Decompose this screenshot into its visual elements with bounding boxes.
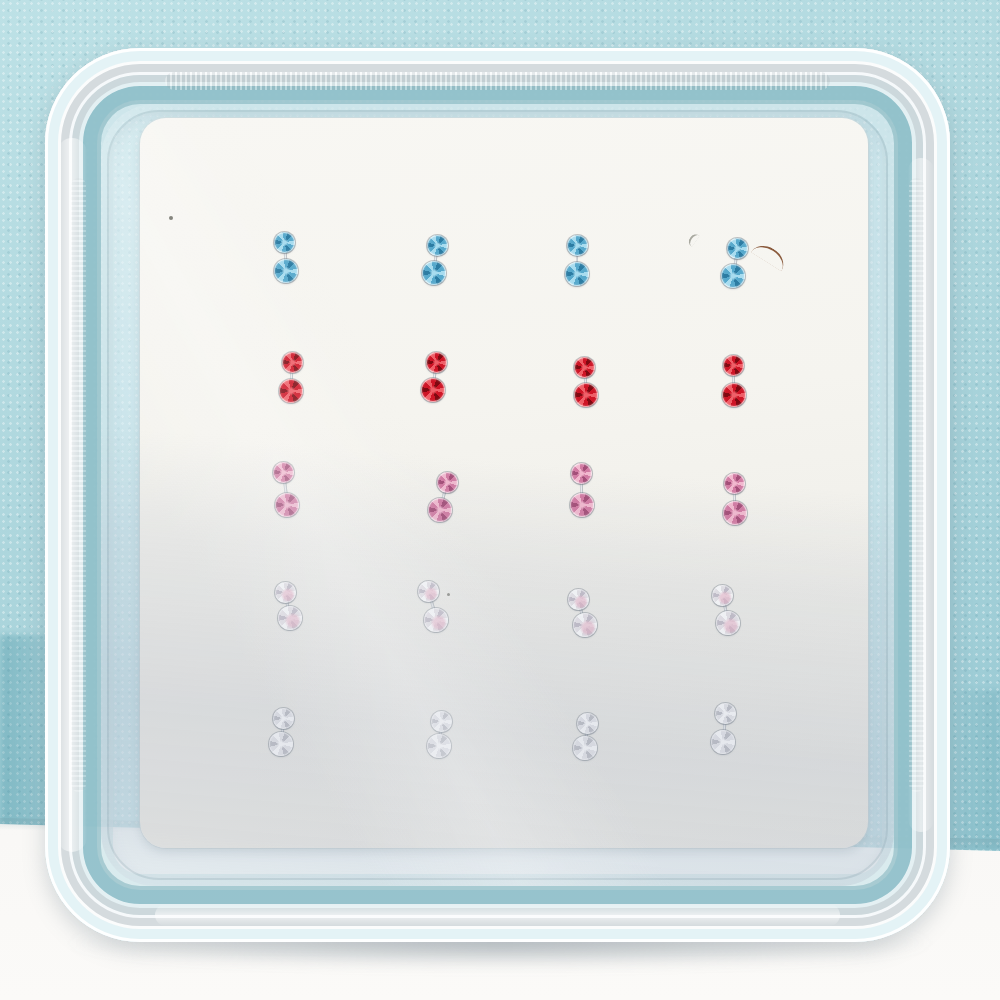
crystal-bottom-crystal-ab xyxy=(573,613,597,637)
crystal-bottom-clear xyxy=(711,730,735,754)
crystal-bottom-red xyxy=(279,379,303,403)
debris-fiber xyxy=(686,232,700,247)
crystal-bottom-red xyxy=(574,383,598,407)
crystal-bottom-pink xyxy=(428,498,452,522)
crystal-bottom-pink xyxy=(570,493,594,517)
crystal-bottom-red xyxy=(722,383,746,407)
debris-fiber xyxy=(751,240,789,272)
crystal-top-pink xyxy=(273,462,294,483)
crystal-top-crystal-ab xyxy=(418,581,439,602)
crystal-bottom-clear xyxy=(427,734,451,758)
crystal-top-pink xyxy=(437,472,458,493)
crystal-top-pink xyxy=(571,463,592,484)
crystal-top-aqua-blue xyxy=(274,232,295,253)
crystal-bottom-red xyxy=(421,378,445,402)
crystal-top-aqua-blue xyxy=(567,235,588,256)
crystal-top-crystal-ab xyxy=(275,582,296,603)
crystal-top-aqua-blue xyxy=(427,235,448,256)
crystal-bottom-crystal-ab xyxy=(278,606,302,630)
debris-speck xyxy=(169,216,173,220)
crystal-bottom-crystal-ab xyxy=(424,608,448,632)
crystal-bottom-crystal-ab xyxy=(716,611,740,635)
crystal-bottom-pink xyxy=(723,501,747,525)
crystal-top-red xyxy=(723,355,744,376)
crystal-bottom-aqua-blue xyxy=(422,261,446,285)
crystal-top-clear xyxy=(273,708,294,729)
crystal-top-crystal-ab xyxy=(568,589,589,610)
crystal-bottom-aqua-blue xyxy=(274,259,298,283)
crystal-top-aqua-blue xyxy=(727,238,748,259)
crystal-top-crystal-ab xyxy=(712,585,733,606)
crystal-bottom-pink xyxy=(275,493,299,517)
stud-grid xyxy=(0,0,1000,1000)
crystal-top-red xyxy=(574,357,595,378)
crystal-top-pink xyxy=(724,473,745,494)
crystal-bottom-aqua-blue xyxy=(565,262,589,286)
debris-speck xyxy=(447,593,450,596)
crystal-top-clear xyxy=(577,713,598,734)
crystal-bottom-aqua-blue xyxy=(721,264,745,288)
crystal-top-red xyxy=(282,352,303,373)
crystal-top-clear xyxy=(431,711,452,732)
crystal-bottom-clear xyxy=(269,732,293,756)
crystal-top-clear xyxy=(715,703,736,724)
product-photo xyxy=(0,0,1000,1000)
crystal-bottom-clear xyxy=(573,736,597,760)
crystal-top-red xyxy=(426,352,447,373)
